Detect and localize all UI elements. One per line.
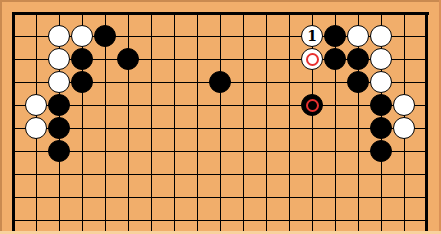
black-stone	[370, 117, 392, 139]
white-stone: 1	[301, 25, 323, 47]
black-stone	[324, 25, 346, 47]
white-stone	[370, 48, 392, 70]
black-stone	[117, 48, 139, 70]
white-stone	[25, 94, 47, 116]
white-stone	[347, 25, 369, 47]
black-stone	[209, 71, 231, 93]
circle-marker-icon	[306, 99, 319, 112]
white-stone	[370, 71, 392, 93]
board-bevel-top	[0, 0, 441, 2]
black-stone	[301, 94, 323, 116]
white-stone	[393, 117, 415, 139]
white-stone	[48, 48, 70, 70]
stones-grid: 1	[2, 2, 439, 232]
white-stone	[370, 25, 392, 47]
black-stone	[48, 117, 70, 139]
black-stone	[324, 48, 346, 70]
white-stone	[48, 25, 70, 47]
circle-marker-icon	[306, 53, 319, 66]
black-stone	[347, 48, 369, 70]
black-stone	[370, 140, 392, 162]
board-bevel-bottom	[0, 231, 441, 234]
white-stone	[301, 48, 323, 70]
black-stone	[94, 25, 116, 47]
go-diagram: 1	[0, 0, 441, 234]
board-bevel-left	[0, 0, 2, 234]
black-stone	[370, 94, 392, 116]
white-stone	[71, 25, 93, 47]
move-number-label: 1	[307, 29, 317, 44]
black-stone	[71, 71, 93, 93]
white-stone	[25, 117, 47, 139]
white-stone	[48, 71, 70, 93]
black-stone	[48, 94, 70, 116]
white-stone	[393, 94, 415, 116]
black-stone	[71, 48, 93, 70]
black-stone	[48, 140, 70, 162]
black-stone	[347, 71, 369, 93]
